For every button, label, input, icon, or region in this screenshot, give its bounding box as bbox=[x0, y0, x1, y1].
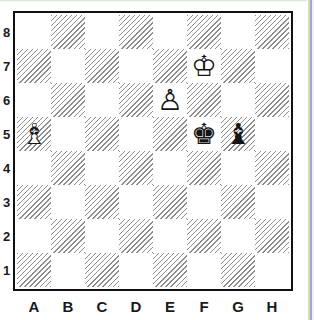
square-f3 bbox=[187, 185, 221, 219]
square-c4 bbox=[85, 151, 119, 185]
rank-labels: 87654321 bbox=[0, 15, 13, 287]
square-d8 bbox=[119, 15, 153, 49]
square-f5: ♚ bbox=[187, 117, 221, 151]
square-h3 bbox=[255, 185, 289, 219]
square-h4 bbox=[255, 151, 289, 185]
square-c8 bbox=[85, 15, 119, 49]
square-g7 bbox=[221, 49, 255, 83]
square-h5 bbox=[255, 117, 289, 151]
square-e7 bbox=[153, 49, 187, 83]
file-label-a: A bbox=[17, 295, 51, 317]
square-d2 bbox=[119, 219, 153, 253]
rank-label-8: 8 bbox=[0, 15, 13, 49]
square-d6 bbox=[119, 83, 153, 117]
square-d7 bbox=[119, 49, 153, 83]
file-label-b: B bbox=[51, 295, 85, 317]
rank-label-2: 2 bbox=[0, 219, 13, 253]
square-f4 bbox=[187, 151, 221, 185]
file-labels: ABCDEFGH bbox=[17, 295, 289, 317]
white-pawn-e6: ♟♙ bbox=[153, 83, 187, 117]
square-b7 bbox=[51, 49, 85, 83]
rank-label-4: 4 bbox=[0, 151, 13, 185]
square-c3 bbox=[85, 185, 119, 219]
square-b4 bbox=[51, 151, 85, 185]
file-label-f: F bbox=[187, 295, 221, 317]
square-g5: ♝ bbox=[221, 117, 255, 151]
file-label-e: E bbox=[153, 295, 187, 317]
square-a3 bbox=[17, 185, 51, 219]
rank-label-6: 6 bbox=[0, 83, 13, 117]
square-d3 bbox=[119, 185, 153, 219]
square-g6 bbox=[221, 83, 255, 117]
file-label-g: G bbox=[221, 295, 255, 317]
square-h6 bbox=[255, 83, 289, 117]
file-label-d: D bbox=[119, 295, 153, 317]
square-f6 bbox=[187, 83, 221, 117]
square-b8 bbox=[51, 15, 85, 49]
square-e8 bbox=[153, 15, 187, 49]
square-d5 bbox=[119, 117, 153, 151]
square-f7: ♚♔ bbox=[187, 49, 221, 83]
square-e6: ♟♙ bbox=[153, 83, 187, 117]
square-g1 bbox=[221, 253, 255, 287]
file-label-c: C bbox=[85, 295, 119, 317]
white-bishop-a5: ♝♗ bbox=[17, 117, 51, 151]
square-b2 bbox=[51, 219, 85, 253]
square-f1 bbox=[187, 253, 221, 287]
square-f2 bbox=[187, 219, 221, 253]
rank-label-3: 3 bbox=[0, 185, 13, 219]
square-c1 bbox=[85, 253, 119, 287]
white-king-f7: ♚♔ bbox=[187, 49, 221, 83]
black-king-f5: ♚ bbox=[187, 117, 221, 151]
square-a4 bbox=[17, 151, 51, 185]
square-e4 bbox=[153, 151, 187, 185]
square-a7 bbox=[17, 49, 51, 83]
square-a8 bbox=[17, 15, 51, 49]
square-c2 bbox=[85, 219, 119, 253]
square-e3 bbox=[153, 185, 187, 219]
board-grid: ♚♔♟♙♝♗♚♝ bbox=[17, 15, 289, 287]
square-c5 bbox=[85, 117, 119, 151]
rank-label-5: 5 bbox=[0, 117, 13, 151]
square-b6 bbox=[51, 83, 85, 117]
square-c7 bbox=[85, 49, 119, 83]
square-g3 bbox=[221, 185, 255, 219]
square-a6 bbox=[17, 83, 51, 117]
square-h8 bbox=[255, 15, 289, 49]
square-a1 bbox=[17, 253, 51, 287]
square-g8 bbox=[221, 15, 255, 49]
chess-diagram: 87654321 ♚♔♟♙♝♗♚♝ ABCDEFGH bbox=[0, 0, 314, 320]
file-label-h: H bbox=[255, 295, 289, 317]
rank-label-7: 7 bbox=[0, 49, 13, 83]
square-h1 bbox=[255, 253, 289, 287]
square-h7 bbox=[255, 49, 289, 83]
square-h2 bbox=[255, 219, 289, 253]
square-e1 bbox=[153, 253, 187, 287]
square-b1 bbox=[51, 253, 85, 287]
square-b3 bbox=[51, 185, 85, 219]
square-e5 bbox=[153, 117, 187, 151]
board-frame: ♚♔♟♙♝♗♚♝ bbox=[13, 11, 293, 291]
scan-edge-right bbox=[307, 0, 314, 320]
rank-label-1: 1 bbox=[0, 253, 13, 287]
square-e2 bbox=[153, 219, 187, 253]
square-a5: ♝♗ bbox=[17, 117, 51, 151]
scan-edge-top bbox=[0, 0, 314, 2]
square-g2 bbox=[221, 219, 255, 253]
square-a2 bbox=[17, 219, 51, 253]
black-bishop-g5: ♝ bbox=[221, 117, 255, 151]
square-d4 bbox=[119, 151, 153, 185]
square-f8 bbox=[187, 15, 221, 49]
square-d1 bbox=[119, 253, 153, 287]
square-b5 bbox=[51, 117, 85, 151]
square-g4 bbox=[221, 151, 255, 185]
square-c6 bbox=[85, 83, 119, 117]
